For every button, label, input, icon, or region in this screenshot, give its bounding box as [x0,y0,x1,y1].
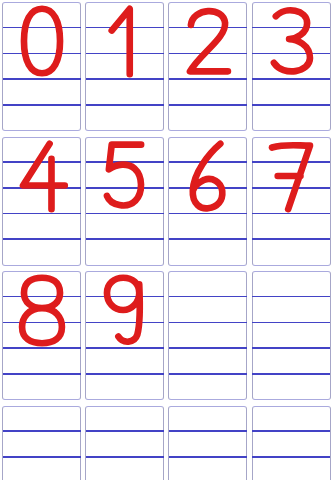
digit-9-glyph [96,273,154,347]
ruled-line [3,104,81,106]
ruled-line [86,78,164,80]
ruled-line [86,373,164,375]
ruled-line [169,456,247,458]
ruled-line [252,296,330,298]
digit-4-glyph [13,139,71,213]
ruled-line [169,213,247,215]
ruled-line [252,373,330,375]
digit-1-glyph [96,4,154,78]
card-digit-7: 7 [252,137,331,266]
ruled-line [252,104,330,106]
card-digit-3: 3 [252,2,331,131]
ruled-line [252,238,330,240]
ruled-line [3,430,81,432]
ruled-line [3,238,81,240]
ruled-line [86,238,164,240]
digit-7-glyph [262,139,320,213]
ruled-line [252,322,330,324]
ruled-line [86,456,164,458]
digit-8-glyph [13,273,71,347]
ruled-line [169,430,247,432]
card-empty [85,406,164,480]
card-digit-8: 8 [2,271,81,400]
ruled-line [3,373,81,375]
ruled-line [86,104,164,106]
card-digit-5: 5 [85,137,164,266]
ruled-line [169,238,247,240]
ruled-line [169,104,247,106]
ruled-line [252,430,330,432]
ruled-line [86,213,164,215]
ruled-line [169,373,247,375]
ruled-line [252,213,330,215]
digit-0-glyph [13,4,71,78]
ruled-line [3,456,81,458]
ruled-line [252,347,330,349]
digit-6-glyph [179,139,237,213]
card-empty [168,406,247,480]
card-digit-4: 4 [2,137,81,266]
ruled-line [169,296,247,298]
ruled-line [3,347,81,349]
digit-5-glyph [96,139,154,213]
ruled-line [86,347,164,349]
ruled-line [3,213,81,215]
ruled-line [169,322,247,324]
card-empty [168,271,247,400]
digit-3-glyph [262,4,320,78]
ruled-line [252,78,330,80]
card-digit-9: 9 [85,271,164,400]
card-digit-0: 0 [2,2,81,131]
ruled-line [169,78,247,80]
card-empty [2,406,81,480]
ruled-line [169,347,247,349]
card-empty [252,406,331,480]
worksheet-page: 0123456789 [0,0,334,480]
ruled-line [252,456,330,458]
ruled-line [3,78,81,80]
card-digit-1: 1 [85,2,164,131]
card-digit-6: 6 [168,137,247,266]
card-digit-2: 2 [168,2,247,131]
digit-2-glyph [179,4,237,78]
ruled-line [86,430,164,432]
card-grid: 0123456789 [2,2,331,480]
card-empty [252,271,331,400]
